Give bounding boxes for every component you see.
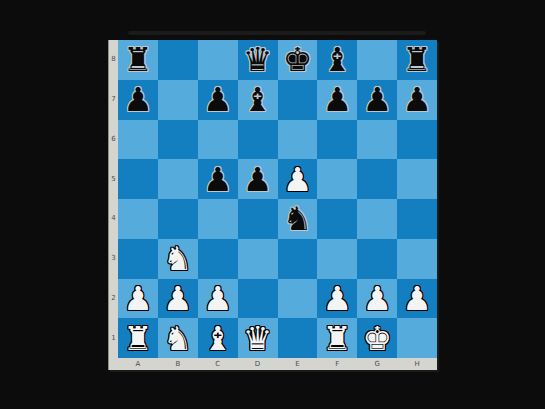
square-c6[interactable] xyxy=(198,120,238,160)
piece-black-pawn[interactable]: ♟ xyxy=(397,80,437,120)
square-h2[interactable]: ♟ xyxy=(397,279,437,319)
square-d1[interactable]: ♛ xyxy=(238,318,278,358)
piece-black-bishop[interactable]: ♝ xyxy=(317,40,357,80)
rank-label-5: 5 xyxy=(109,159,118,199)
square-f6[interactable] xyxy=(317,120,357,160)
rank-label-7: 7 xyxy=(109,80,118,120)
file-label-g: G xyxy=(357,358,397,370)
rank-label-8: 8 xyxy=(109,40,118,80)
piece-white-pawn[interactable]: ♟ xyxy=(198,279,238,319)
file-label-d: D xyxy=(238,358,278,370)
piece-black-pawn[interactable]: ♟ xyxy=(317,80,357,120)
square-b6[interactable] xyxy=(158,120,198,160)
chessboard-frame: 87654321 ♜♛♚♝♜♟♟♝♟♟♟♟♟♟♞♞♟♟♟♟♟♟♜♞♝♛♜♚ AB… xyxy=(108,40,437,370)
square-c2[interactable]: ♟ xyxy=(198,279,238,319)
square-f5[interactable] xyxy=(317,159,357,199)
square-e7[interactable] xyxy=(278,80,318,120)
square-b5[interactable] xyxy=(158,159,198,199)
square-b7[interactable] xyxy=(158,80,198,120)
square-d8[interactable]: ♛ xyxy=(238,40,278,80)
square-e5[interactable]: ♟ xyxy=(278,159,318,199)
square-h3[interactable] xyxy=(397,239,437,279)
piece-white-rook[interactable]: ♜ xyxy=(118,318,158,358)
piece-black-queen[interactable]: ♛ xyxy=(238,40,278,80)
square-a2[interactable]: ♟ xyxy=(118,279,158,319)
square-d5[interactable]: ♟ xyxy=(238,159,278,199)
piece-white-king[interactable]: ♚ xyxy=(357,318,397,358)
square-g5[interactable] xyxy=(357,159,397,199)
square-e8[interactable]: ♚ xyxy=(278,40,318,80)
square-f7[interactable]: ♟ xyxy=(317,80,357,120)
square-a1[interactable]: ♜ xyxy=(118,318,158,358)
square-g1[interactable]: ♚ xyxy=(357,318,397,358)
square-b3[interactable]: ♞ xyxy=(158,239,198,279)
square-g8[interactable] xyxy=(357,40,397,80)
piece-black-rook[interactable]: ♜ xyxy=(118,40,158,80)
square-f2[interactable]: ♟ xyxy=(317,279,357,319)
square-h1[interactable] xyxy=(397,318,437,358)
square-d4[interactable] xyxy=(238,199,278,239)
piece-black-pawn[interactable]: ♟ xyxy=(118,80,158,120)
rank-label-6: 6 xyxy=(109,120,118,160)
rank-label-4: 4 xyxy=(109,199,118,239)
square-c4[interactable] xyxy=(198,199,238,239)
piece-white-pawn[interactable]: ♟ xyxy=(158,279,198,319)
square-c8[interactable] xyxy=(198,40,238,80)
square-e2[interactable] xyxy=(278,279,318,319)
square-g2[interactable]: ♟ xyxy=(357,279,397,319)
piece-white-pawn[interactable]: ♟ xyxy=(278,159,318,199)
video-frame: 87654321 ♜♛♚♝♜♟♟♝♟♟♟♟♟♟♞♞♟♟♟♟♟♟♜♞♝♛♜♚ AB… xyxy=(0,0,545,409)
square-g6[interactable] xyxy=(357,120,397,160)
square-c7[interactable]: ♟ xyxy=(198,80,238,120)
square-a3[interactable] xyxy=(118,239,158,279)
piece-white-pawn[interactable]: ♟ xyxy=(357,279,397,319)
square-f3[interactable] xyxy=(317,239,357,279)
square-c3[interactable] xyxy=(198,239,238,279)
square-e1[interactable] xyxy=(278,318,318,358)
square-h8[interactable]: ♜ xyxy=(397,40,437,80)
piece-black-knight[interactable]: ♞ xyxy=(278,199,318,239)
square-g4[interactable] xyxy=(357,199,397,239)
square-b1[interactable]: ♞ xyxy=(158,318,198,358)
file-coordinate-strip: ABCDEFGH xyxy=(118,358,437,370)
file-label-c: C xyxy=(198,358,238,370)
square-h4[interactable] xyxy=(397,199,437,239)
coordinate-corner xyxy=(108,358,118,370)
square-h5[interactable] xyxy=(397,159,437,199)
square-b8[interactable] xyxy=(158,40,198,80)
square-f8[interactable]: ♝ xyxy=(317,40,357,80)
square-g7[interactable]: ♟ xyxy=(357,80,397,120)
square-a5[interactable] xyxy=(118,159,158,199)
piece-white-pawn[interactable]: ♟ xyxy=(118,279,158,319)
piece-white-queen[interactable]: ♛ xyxy=(238,318,278,358)
file-label-e: E xyxy=(278,358,318,370)
rank-label-2: 2 xyxy=(109,279,118,319)
file-label-h: H xyxy=(397,358,437,370)
square-d7[interactable]: ♝ xyxy=(238,80,278,120)
piece-white-knight[interactable]: ♞ xyxy=(158,239,198,279)
piece-black-rook[interactable]: ♜ xyxy=(397,40,437,80)
square-d3[interactable] xyxy=(238,239,278,279)
piece-black-pawn[interactable]: ♟ xyxy=(198,80,238,120)
piece-black-pawn[interactable]: ♟ xyxy=(357,80,397,120)
square-b4[interactable] xyxy=(158,199,198,239)
piece-black-pawn[interactable]: ♟ xyxy=(238,159,278,199)
square-f4[interactable] xyxy=(317,199,357,239)
piece-white-pawn[interactable]: ♟ xyxy=(397,279,437,319)
square-f1[interactable]: ♜ xyxy=(317,318,357,358)
piece-white-bishop[interactable]: ♝ xyxy=(198,318,238,358)
square-e6[interactable] xyxy=(278,120,318,160)
square-d6[interactable] xyxy=(238,120,278,160)
piece-black-pawn[interactable]: ♟ xyxy=(198,159,238,199)
square-b2[interactable]: ♟ xyxy=(158,279,198,319)
piece-white-pawn[interactable]: ♟ xyxy=(317,279,357,319)
rank-coordinate-strip: 87654321 xyxy=(108,40,118,358)
board: ♜♛♚♝♜♟♟♝♟♟♟♟♟♟♞♞♟♟♟♟♟♟♜♞♝♛♜♚ xyxy=(118,40,437,358)
file-label-f: F xyxy=(317,358,357,370)
piece-black-bishop[interactable]: ♝ xyxy=(238,80,278,120)
file-label-b: B xyxy=(158,358,198,370)
square-c5[interactable]: ♟ xyxy=(198,159,238,199)
video-artifact-line xyxy=(128,31,426,35)
square-a4[interactable] xyxy=(118,199,158,239)
square-d2[interactable] xyxy=(238,279,278,319)
square-a6[interactable] xyxy=(118,120,158,160)
file-label-a: A xyxy=(118,358,158,370)
square-e3[interactable] xyxy=(278,239,318,279)
square-c1[interactable]: ♝ xyxy=(198,318,238,358)
square-a8[interactable]: ♜ xyxy=(118,40,158,80)
square-g3[interactable] xyxy=(357,239,397,279)
square-h7[interactable]: ♟ xyxy=(397,80,437,120)
piece-white-rook[interactable]: ♜ xyxy=(317,318,357,358)
piece-black-king[interactable]: ♚ xyxy=(278,40,318,80)
piece-white-knight[interactable]: ♞ xyxy=(158,318,198,358)
rank-label-3: 3 xyxy=(109,239,118,279)
square-e4[interactable]: ♞ xyxy=(278,199,318,239)
square-a7[interactable]: ♟ xyxy=(118,80,158,120)
square-h6[interactable] xyxy=(397,120,437,160)
rank-label-1: 1 xyxy=(109,318,118,358)
